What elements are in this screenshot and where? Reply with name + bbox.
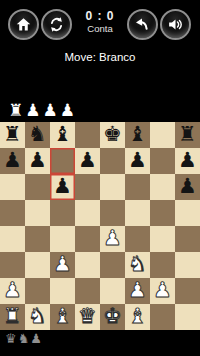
captured-white-pawn: ♟ xyxy=(43,100,60,120)
square-h6[interactable]: ♟ xyxy=(175,174,200,200)
black-bishop: ♝ xyxy=(53,121,72,147)
square-g2[interactable]: ♟ xyxy=(150,278,175,304)
top-bar: 0 : 0 Conta xyxy=(0,0,200,46)
square-g1[interactable] xyxy=(150,304,175,330)
black-pawn: ♟ xyxy=(53,173,72,199)
square-d4[interactable] xyxy=(75,226,100,252)
home-icon xyxy=(15,16,32,33)
square-f8[interactable]: ♝ xyxy=(125,122,150,148)
square-f7[interactable]: ♟ xyxy=(125,148,150,174)
speaker-icon xyxy=(167,16,184,33)
captured-black-knight: ♞ xyxy=(18,331,31,346)
captured-black-queen: ♛ xyxy=(5,331,18,346)
square-a4[interactable] xyxy=(0,226,25,252)
square-a1[interactable]: ♜ xyxy=(0,304,25,330)
white-rook: ♜ xyxy=(3,303,22,329)
square-f3[interactable]: ♞ xyxy=(125,252,150,278)
captured-white-pieces-tray: ♜♟♟♟ xyxy=(8,100,77,120)
square-h7[interactable]: ♟ xyxy=(175,148,200,174)
move-turn-label: Move: Branco xyxy=(0,51,200,63)
square-g6[interactable] xyxy=(150,174,175,200)
square-d1[interactable]: ♛ xyxy=(75,304,100,330)
white-bishop: ♝ xyxy=(53,303,72,329)
restart-button[interactable] xyxy=(41,9,72,40)
square-a5[interactable] xyxy=(0,200,25,226)
square-d7[interactable]: ♟ xyxy=(75,148,100,174)
white-knight: ♞ xyxy=(128,251,147,277)
square-d8[interactable] xyxy=(75,122,100,148)
score-value: 0 : 0 xyxy=(85,10,114,23)
square-c1[interactable]: ♝ xyxy=(50,304,75,330)
square-a3[interactable] xyxy=(0,252,25,278)
square-c3[interactable]: ♟ xyxy=(50,252,75,278)
captured-white-rook: ♜ xyxy=(8,100,25,120)
captured-black-pawn: ♟ xyxy=(30,331,43,346)
square-d3[interactable] xyxy=(75,252,100,278)
black-rook: ♜ xyxy=(178,121,197,147)
square-c4[interactable] xyxy=(50,226,75,252)
black-pawn: ♟ xyxy=(128,147,147,173)
square-b6[interactable] xyxy=(25,174,50,200)
white-knight: ♞ xyxy=(28,303,47,329)
square-c8[interactable]: ♝ xyxy=(50,122,75,148)
square-b4[interactable] xyxy=(25,226,50,252)
square-e4[interactable]: ♟ xyxy=(100,226,125,252)
square-e1[interactable]: ♚ xyxy=(100,304,125,330)
square-f1[interactable]: ♝ xyxy=(125,304,150,330)
square-b5[interactable] xyxy=(25,200,50,226)
square-e8[interactable]: ♚ xyxy=(100,122,125,148)
square-e3[interactable] xyxy=(100,252,125,278)
score-label: Conta xyxy=(85,23,114,35)
square-f5[interactable] xyxy=(125,200,150,226)
undo-icon xyxy=(134,16,151,33)
square-d5[interactable] xyxy=(75,200,100,226)
square-f6[interactable] xyxy=(125,174,150,200)
square-c5[interactable] xyxy=(50,200,75,226)
square-a7[interactable]: ♟ xyxy=(0,148,25,174)
square-g7[interactable] xyxy=(150,148,175,174)
black-pawn: ♟ xyxy=(78,147,97,173)
captured-white-pawn: ♟ xyxy=(60,100,77,120)
square-c2[interactable] xyxy=(50,278,75,304)
white-queen: ♛ xyxy=(78,303,97,329)
square-d2[interactable] xyxy=(75,278,100,304)
square-a6[interactable] xyxy=(0,174,25,200)
square-f2[interactable]: ♟ xyxy=(125,278,150,304)
square-g3[interactable] xyxy=(150,252,175,278)
black-pawn: ♟ xyxy=(178,147,197,173)
black-pawn: ♟ xyxy=(28,147,47,173)
square-e7[interactable] xyxy=(100,148,125,174)
black-rook: ♜ xyxy=(3,121,22,147)
square-g4[interactable] xyxy=(150,226,175,252)
square-a2[interactable]: ♟ xyxy=(0,278,25,304)
undo-button[interactable] xyxy=(127,9,158,40)
sound-button[interactable] xyxy=(160,9,191,40)
square-d6[interactable] xyxy=(75,174,100,200)
white-pawn: ♟ xyxy=(153,277,172,303)
score-block: 0 : 0 Conta xyxy=(85,10,114,35)
white-pawn: ♟ xyxy=(103,225,122,251)
square-c6[interactable]: ♟ xyxy=(50,174,75,200)
white-pawn: ♟ xyxy=(128,277,147,303)
home-button[interactable] xyxy=(8,9,39,40)
square-a8[interactable]: ♜ xyxy=(0,122,25,148)
square-b1[interactable]: ♞ xyxy=(25,304,50,330)
square-c7[interactable] xyxy=(50,148,75,174)
square-g5[interactable] xyxy=(150,200,175,226)
white-king: ♚ xyxy=(103,303,122,329)
square-h8[interactable]: ♜ xyxy=(175,122,200,148)
chess-board: ♜♞♝♚♝♜♟♟♟♟♟♟♟♟♟♞♟♟♟♜♞♝♛♚♝ xyxy=(0,122,200,330)
black-pawn: ♟ xyxy=(178,173,197,199)
white-pawn: ♟ xyxy=(3,277,22,303)
square-e2[interactable] xyxy=(100,278,125,304)
restart-icon xyxy=(48,16,65,33)
square-h1[interactable] xyxy=(175,304,200,330)
captured-white-pawn: ♟ xyxy=(25,100,42,120)
black-knight: ♞ xyxy=(28,121,47,147)
black-bishop: ♝ xyxy=(128,121,147,147)
white-pawn: ♟ xyxy=(53,251,72,277)
black-pawn: ♟ xyxy=(3,147,22,173)
square-b3[interactable] xyxy=(25,252,50,278)
black-king: ♚ xyxy=(103,121,122,147)
square-f4[interactable] xyxy=(125,226,150,252)
square-b7[interactable]: ♟ xyxy=(25,148,50,174)
white-bishop: ♝ xyxy=(128,303,147,329)
square-e6[interactable] xyxy=(100,174,125,200)
square-h4[interactable] xyxy=(175,226,200,252)
square-h2[interactable] xyxy=(175,278,200,304)
square-b2[interactable] xyxy=(25,278,50,304)
square-h5[interactable] xyxy=(175,200,200,226)
captured-black-pieces-tray: ♛♞♟ xyxy=(5,331,43,347)
square-e5[interactable] xyxy=(100,200,125,226)
square-g8[interactable] xyxy=(150,122,175,148)
square-b8[interactable]: ♞ xyxy=(25,122,50,148)
square-h3[interactable] xyxy=(175,252,200,278)
